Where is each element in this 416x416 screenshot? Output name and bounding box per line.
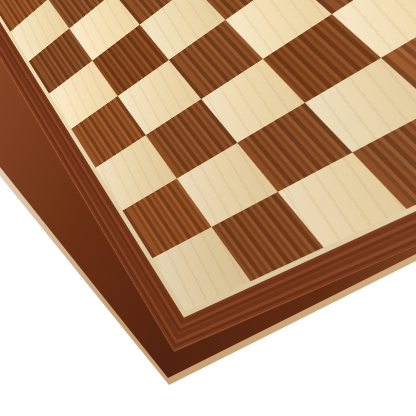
board-photo: [0, 0, 416, 416]
